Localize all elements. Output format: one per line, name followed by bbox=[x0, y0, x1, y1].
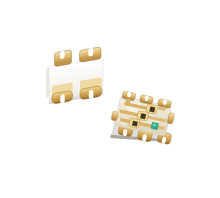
lead-bottom-left bbox=[52, 83, 73, 105]
product-photo bbox=[0, 0, 220, 198]
lead-notch bbox=[60, 50, 65, 59]
led-die-2 bbox=[140, 113, 146, 119]
lead-top-left bbox=[55, 49, 72, 66]
photo-canvas bbox=[0, 0, 220, 198]
lead-notch bbox=[60, 94, 64, 104]
package-side-face bbox=[46, 67, 49, 98]
led-die-1 bbox=[149, 107, 155, 113]
led-die-3 bbox=[132, 121, 138, 127]
lead-bottom-right bbox=[80, 77, 102, 100]
smd-package-top-view bbox=[107, 89, 178, 150]
lead-notch bbox=[89, 90, 94, 100]
smd-package-bottom-view bbox=[46, 44, 103, 106]
